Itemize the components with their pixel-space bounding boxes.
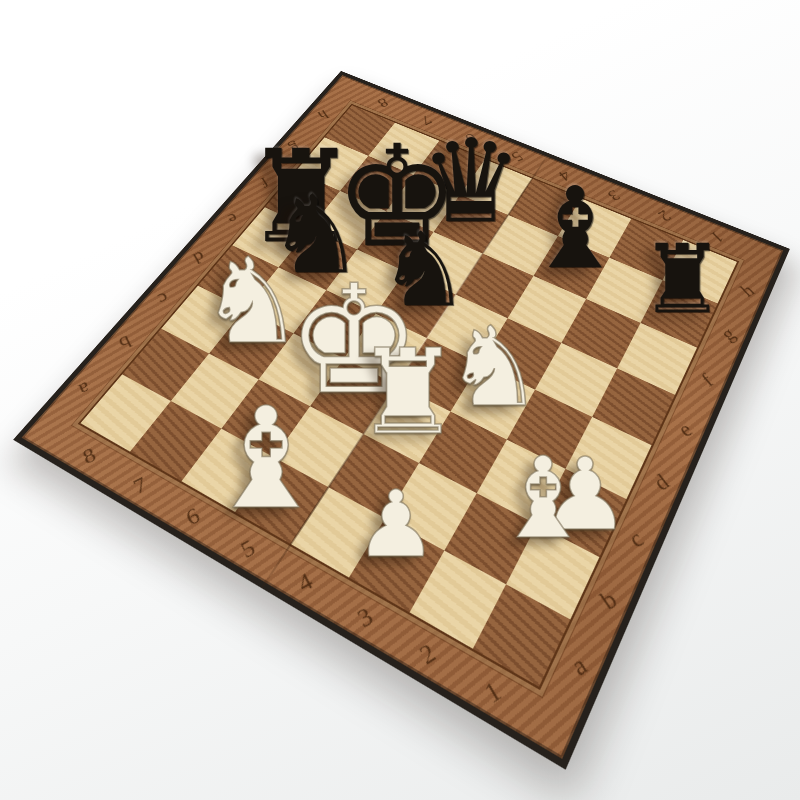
file-label-mirror-a: a	[76, 377, 93, 400]
product-photo-scene: 87654321 abcdefgh abcdefgh 87654321 ♜♞♚♛…	[0, 0, 800, 800]
rank-label-7: 7	[130, 473, 150, 500]
piece-black-rook-g1: ♜	[639, 232, 724, 327]
piece-white-pawn-a3: ♟	[355, 479, 437, 571]
rank-label-6: 6	[182, 503, 203, 531]
rank-label-mirror-2: 2	[654, 206, 675, 224]
file-label-mirror-e: e	[224, 210, 241, 228]
rank-label-3: 3	[353, 602, 377, 634]
piece-black-bishop-g3: ♝	[525, 172, 625, 284]
piece-white-bishop-a5: ♝	[203, 389, 329, 529]
file-label-d: d	[649, 469, 675, 496]
rank-label-8: 8	[80, 443, 99, 469]
rank-label-2: 2	[415, 638, 441, 671]
piece-white-rook-c4: ♜	[355, 333, 461, 451]
file-label-b: b	[596, 585, 623, 616]
file-label-h: h	[736, 281, 759, 302]
file-label-a: a	[566, 650, 592, 683]
rank-label-mirror-8: 8	[374, 95, 391, 110]
file-label-mirror-c: c	[155, 288, 172, 308]
file-label-mirror-b: b	[116, 331, 134, 353]
file-label-e: e	[673, 418, 697, 442]
file-label-mirror-h: h	[315, 107, 332, 123]
rank-label-4: 4	[294, 568, 317, 598]
file-label-f: f	[697, 370, 718, 392]
rank-label-1: 1	[480, 676, 507, 710]
piece-white-bishop-b2: ♝	[493, 442, 593, 554]
